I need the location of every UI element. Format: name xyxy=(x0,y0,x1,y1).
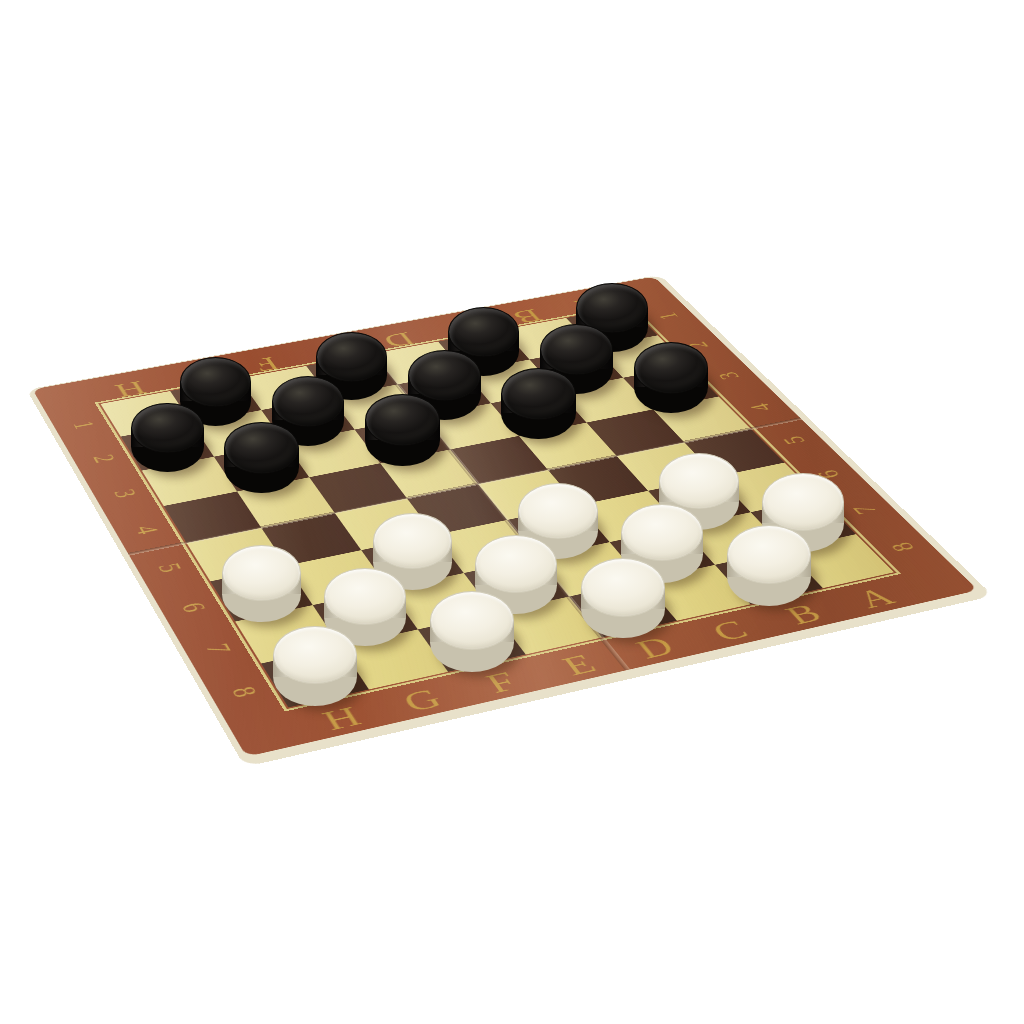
product-photo-checkers-board: HGFEDCBA HGFEDCBA 12345678 12345678 xyxy=(0,0,1024,1024)
checkers-board: HGFEDCBA HGFEDCBA 12345678 12345678 xyxy=(32,277,978,757)
